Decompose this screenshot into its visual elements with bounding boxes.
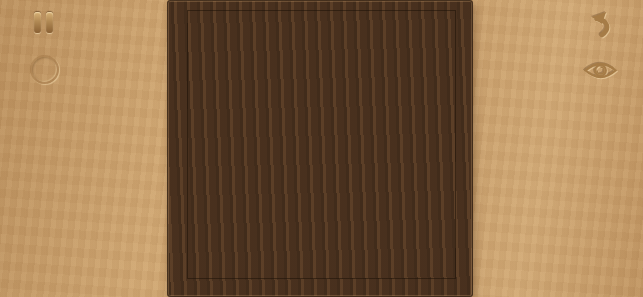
board-grid (188, 11, 455, 278)
chess-board (168, 1, 472, 296)
rank-labels-right (455, 11, 472, 278)
pause-button[interactable] (34, 12, 54, 33)
app-background (0, 0, 643, 297)
rotate-view-button[interactable] (30, 55, 59, 84)
pause-icon (34, 12, 41, 33)
eye-icon (583, 60, 618, 81)
file-labels-top (188, 1, 455, 11)
undo-arrow-icon (585, 10, 615, 38)
undo-button[interactable] (585, 10, 615, 38)
file-labels-bottom (188, 279, 455, 296)
pause-icon (46, 12, 53, 33)
show-hint-button[interactable] (583, 60, 618, 81)
rank-labels-left (168, 11, 188, 278)
